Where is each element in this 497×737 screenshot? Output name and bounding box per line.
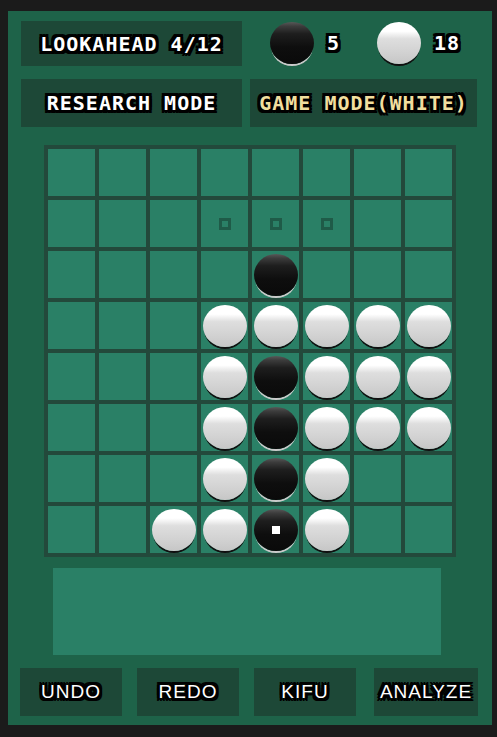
- white-disc: [254, 305, 298, 347]
- message-box: [53, 568, 441, 655]
- legal-move-hint: [321, 218, 333, 230]
- board-cell-b5[interactable]: [99, 353, 146, 400]
- white-score-value: 18: [434, 31, 460, 55]
- board-cell-g5[interactable]: [354, 353, 401, 400]
- board-cell-e2[interactable]: [252, 200, 299, 247]
- othello-board: [44, 145, 456, 557]
- board-cell-d6[interactable]: [201, 404, 248, 451]
- board-cell-b6[interactable]: [99, 404, 146, 451]
- board-cell-d5[interactable]: [201, 353, 248, 400]
- board-cell-b2[interactable]: [99, 200, 146, 247]
- white-disc: [203, 305, 247, 347]
- redo-button[interactable]: REDO: [137, 668, 239, 716]
- board-cell-c2[interactable]: [150, 200, 197, 247]
- board-cell-c3[interactable]: [150, 251, 197, 298]
- board-cell-d4[interactable]: [201, 302, 248, 349]
- board-cell-b8[interactable]: [99, 506, 146, 553]
- board-cell-a7[interactable]: [48, 455, 95, 502]
- board-cell-h8[interactable]: [405, 506, 452, 553]
- analyze-label: ANALYZE: [380, 681, 472, 703]
- black-disc: [254, 407, 298, 449]
- board-cell-b4[interactable]: [99, 302, 146, 349]
- board-cell-a1[interactable]: [48, 149, 95, 196]
- board-cell-f6[interactable]: [303, 404, 350, 451]
- lookahead-button[interactable]: LOOKAHEAD 4/12: [21, 21, 242, 66]
- lookahead-label: LOOKAHEAD 4/12: [40, 32, 223, 56]
- board-cell-f3[interactable]: [303, 251, 350, 298]
- redo-label: REDO: [159, 681, 218, 703]
- board-cell-g7[interactable]: [354, 455, 401, 502]
- white-disc: [407, 407, 451, 449]
- board-cell-f5[interactable]: [303, 353, 350, 400]
- board-cell-d3[interactable]: [201, 251, 248, 298]
- white-disc: [305, 356, 349, 398]
- game-mode-button[interactable]: GAME MODE(WHITE): [250, 79, 477, 127]
- board-cell-d7[interactable]: [201, 455, 248, 502]
- white-disc: [305, 458, 349, 500]
- undo-label: UNDO: [41, 681, 101, 703]
- board-cell-e8[interactable]: [252, 506, 299, 553]
- main-panel: LOOKAHEAD 4/12 5 18 RESEARCH MODE GAME M…: [8, 11, 492, 725]
- legal-move-hint: [270, 218, 282, 230]
- board-cell-e7[interactable]: [252, 455, 299, 502]
- white-disc: [407, 356, 451, 398]
- board-cell-a8[interactable]: [48, 506, 95, 553]
- board-cell-d8[interactable]: [201, 506, 248, 553]
- undo-button[interactable]: UNDO: [20, 668, 122, 716]
- white-disc: [356, 356, 400, 398]
- board-cell-e4[interactable]: [252, 302, 299, 349]
- board-cell-c5[interactable]: [150, 353, 197, 400]
- white-disc: [407, 305, 451, 347]
- black-score-value: 5: [327, 31, 340, 55]
- board-cell-h1[interactable]: [405, 149, 452, 196]
- black-disc-icon: [270, 22, 314, 64]
- board-cell-a5[interactable]: [48, 353, 95, 400]
- board-cell-h3[interactable]: [405, 251, 452, 298]
- board-cell-c4[interactable]: [150, 302, 197, 349]
- board-cell-g2[interactable]: [354, 200, 401, 247]
- board-cell-e1[interactable]: [252, 149, 299, 196]
- white-disc: [356, 407, 400, 449]
- white-disc: [203, 458, 247, 500]
- board-cell-h7[interactable]: [405, 455, 452, 502]
- research-mode-label: RESEARCH MODE: [47, 91, 217, 115]
- board-cell-d1[interactable]: [201, 149, 248, 196]
- board-cell-a6[interactable]: [48, 404, 95, 451]
- board-cell-b1[interactable]: [99, 149, 146, 196]
- board-cell-h4[interactable]: [405, 302, 452, 349]
- white-disc: [203, 356, 247, 398]
- board-cell-f7[interactable]: [303, 455, 350, 502]
- legal-move-hint: [219, 218, 231, 230]
- black-disc: [254, 458, 298, 500]
- black-disc: [254, 509, 298, 551]
- white-disc: [305, 305, 349, 347]
- board-cell-f2[interactable]: [303, 200, 350, 247]
- board-cell-e6[interactable]: [252, 404, 299, 451]
- board-cell-f4[interactable]: [303, 302, 350, 349]
- black-score-display: 5: [270, 20, 340, 66]
- black-disc: [254, 254, 298, 296]
- board-cell-h5[interactable]: [405, 353, 452, 400]
- black-disc: [254, 356, 298, 398]
- white-disc: [305, 509, 349, 551]
- white-score-display: 18: [377, 20, 460, 66]
- white-disc: [356, 305, 400, 347]
- board-cell-f8[interactable]: [303, 506, 350, 553]
- analyze-button[interactable]: ANALYZE: [374, 668, 478, 716]
- board-cell-d2[interactable]: [201, 200, 248, 247]
- board-cell-g8[interactable]: [354, 506, 401, 553]
- board-cell-g1[interactable]: [354, 149, 401, 196]
- board-cell-g3[interactable]: [354, 251, 401, 298]
- board-cell-c6[interactable]: [150, 404, 197, 451]
- game-mode-label: GAME MODE(WHITE): [259, 91, 468, 115]
- kifu-button[interactable]: KIFU: [254, 668, 356, 716]
- board-cell-a4[interactable]: [48, 302, 95, 349]
- board-cell-a2[interactable]: [48, 200, 95, 247]
- white-disc: [305, 407, 349, 449]
- white-disc: [203, 509, 247, 551]
- kifu-label: KIFU: [281, 681, 328, 703]
- white-disc: [203, 407, 247, 449]
- board-cell-f1[interactable]: [303, 149, 350, 196]
- board-cell-h6[interactable]: [405, 404, 452, 451]
- board-cell-h2[interactable]: [405, 200, 452, 247]
- board-cell-c8[interactable]: [150, 506, 197, 553]
- board-cell-c1[interactable]: [150, 149, 197, 196]
- controls-row: UNDO REDO KIFU ANALYZE: [8, 668, 492, 716]
- white-disc: [152, 509, 196, 551]
- board-cell-a3[interactable]: [48, 251, 95, 298]
- board-cell-g6[interactable]: [354, 404, 401, 451]
- last-move-marker: [272, 526, 280, 534]
- research-mode-button[interactable]: RESEARCH MODE: [21, 79, 242, 127]
- board-cell-g4[interactable]: [354, 302, 401, 349]
- board-cell-e5[interactable]: [252, 353, 299, 400]
- white-disc-icon: [377, 22, 421, 64]
- board-cell-b3[interactable]: [99, 251, 146, 298]
- board-cell-b7[interactable]: [99, 455, 146, 502]
- board-cell-c7[interactable]: [150, 455, 197, 502]
- board-cell-e3[interactable]: [252, 251, 299, 298]
